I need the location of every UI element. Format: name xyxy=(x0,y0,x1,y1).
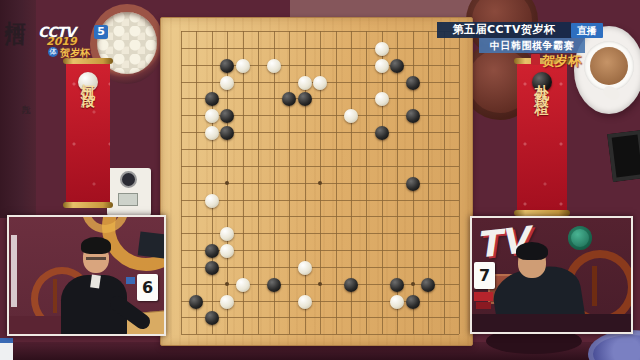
stone-white-J16 xyxy=(298,76,312,90)
grid-line xyxy=(181,317,459,318)
banner-body: 朴廷桓 九段 xyxy=(517,64,567,210)
stone-white-C13 xyxy=(205,126,219,140)
bug-event-badge: 贺岁杯 xyxy=(60,46,90,60)
corner-sign xyxy=(0,338,13,360)
right-player-video: TV 7 xyxy=(470,216,633,334)
live-badge: 直播 xyxy=(571,23,603,38)
stone-black-M4 xyxy=(344,278,358,292)
stone-white-O18 xyxy=(375,42,389,56)
left-wall: 柯洁 九段 xyxy=(0,0,36,218)
event-logo: 贺岁杯 xyxy=(531,52,591,69)
coffee-surface xyxy=(590,47,628,85)
stone-white-E4 xyxy=(236,278,250,292)
left-player-banner: 柯洁 九段 xyxy=(66,58,110,208)
stone-white-C9 xyxy=(205,194,219,208)
broadcast-frame: 柯洁 九段 CCTV 5 2019 体 贺岁杯 第五届CCTV贺岁杯 直播 中日… xyxy=(0,0,640,360)
star-point xyxy=(318,181,322,185)
subtitle-bar: 中日韩围棋争霸赛 xyxy=(479,38,585,53)
stone-black-P17 xyxy=(390,59,404,73)
grid-line xyxy=(444,31,445,334)
clock-display xyxy=(118,193,138,206)
chair-slat xyxy=(53,279,57,313)
stone-black-P4 xyxy=(390,278,404,292)
stone-white-D16 xyxy=(220,76,234,90)
red-prop xyxy=(476,302,491,309)
stone-black-R4 xyxy=(421,278,435,292)
stone-black-Q14 xyxy=(406,109,420,123)
channel-5-badge: 5 xyxy=(94,25,108,39)
stone-white-D3 xyxy=(220,295,234,309)
right-player-banner: 朴廷桓 九段 xyxy=(517,58,567,216)
right-player-rank: 九段 xyxy=(533,76,551,92)
clock-lens xyxy=(120,171,137,188)
table-edge xyxy=(472,314,633,334)
channel-bug: CCTV 5 2019 体 贺岁杯 xyxy=(38,24,128,60)
left-player-hair xyxy=(81,237,111,254)
event-logo-text: 贺岁杯 xyxy=(542,52,581,70)
black-lacquer-dish xyxy=(607,130,640,182)
timer-device xyxy=(126,277,135,284)
star-point xyxy=(411,282,415,286)
monitor xyxy=(138,231,166,258)
grid-line xyxy=(336,31,337,334)
stone-black-Q16 xyxy=(406,76,420,90)
grid-line xyxy=(181,216,459,217)
chair-slat xyxy=(592,266,597,306)
stone-black-Q10 xyxy=(406,177,420,191)
stone-black-G4 xyxy=(267,278,281,292)
star-point xyxy=(318,282,322,286)
red-prop xyxy=(474,292,493,301)
backdrop-banner xyxy=(11,235,17,307)
right-capture-counter: 7 xyxy=(474,262,495,289)
event-logo-red-chip xyxy=(531,54,540,65)
grid-line xyxy=(181,267,459,268)
stone-white-O17 xyxy=(375,59,389,73)
stone-black-Q3 xyxy=(406,295,420,309)
stone-white-J5 xyxy=(298,261,312,275)
stone-black-J15 xyxy=(298,92,312,106)
stone-white-P3 xyxy=(390,295,404,309)
stone-white-J3 xyxy=(298,295,312,309)
right-player-hair xyxy=(516,242,548,260)
grid-line xyxy=(366,31,367,334)
stone-black-C6 xyxy=(205,244,219,258)
stone-black-C5 xyxy=(205,261,219,275)
left-player-rank: 九段 xyxy=(79,76,97,92)
grid-line xyxy=(181,334,459,335)
grid-line xyxy=(459,31,460,334)
stone-white-K16 xyxy=(313,76,327,90)
title-bar: 第五届CCTV贺岁杯 xyxy=(437,22,571,38)
stone-white-E17 xyxy=(236,59,250,73)
left-capture-counter: 6 xyxy=(137,274,158,301)
stone-white-G17 xyxy=(267,59,281,73)
go-board xyxy=(160,17,473,346)
wood-grain xyxy=(161,18,472,345)
banner-body: 柯洁 九段 xyxy=(66,64,110,202)
banner-roller xyxy=(63,202,113,208)
grid-line xyxy=(382,31,383,334)
stone-black-O13 xyxy=(375,126,389,140)
left-player-video: 6 xyxy=(7,215,166,336)
sports-badge-icon: 体 xyxy=(48,47,58,57)
shirt-collar xyxy=(90,274,101,288)
grid-line xyxy=(181,200,459,201)
stone-black-B3 xyxy=(189,295,203,309)
game-clock xyxy=(107,168,151,216)
green-ornament xyxy=(568,226,592,250)
blue-glass-plate xyxy=(588,330,640,360)
glasses xyxy=(86,257,106,260)
stone-black-D17 xyxy=(220,59,234,73)
wall-calligraphy-name: 柯洁 xyxy=(3,4,29,194)
